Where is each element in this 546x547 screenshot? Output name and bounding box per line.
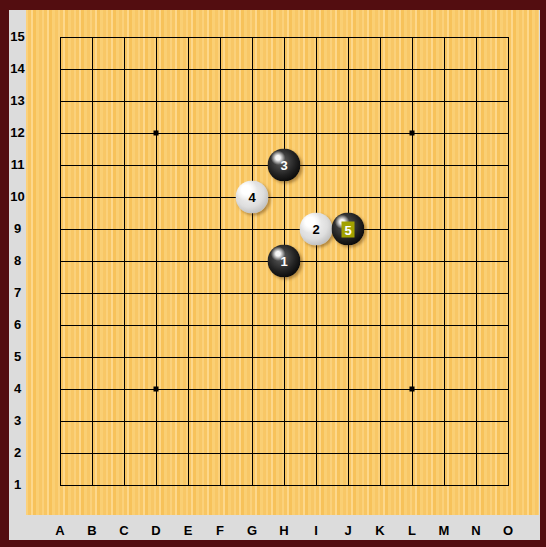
column-label-H: H (274, 523, 294, 539)
star-point-d4 (154, 387, 159, 392)
column-label-C: C (114, 523, 134, 539)
move-number: 1 (280, 255, 287, 268)
column-label-L: L (402, 523, 422, 539)
move-number: 4 (248, 191, 255, 204)
star-point-d12 (154, 131, 159, 136)
column-label-K: K (370, 523, 390, 539)
column-label-B: B (82, 523, 102, 539)
row-label-2: 2 (9, 445, 26, 461)
row-label-4: 4 (9, 381, 26, 397)
board-frame: 12345 151413121110987654321ABCDEFGHIJKLM… (0, 0, 546, 547)
column-label-D: D (146, 523, 166, 539)
move-number-highlighted: 5 (341, 221, 354, 237)
stone-white-i9[interactable]: 2 (300, 213, 333, 246)
row-label-15: 15 (9, 29, 26, 45)
stone-black-h8[interactable]: 1 (268, 245, 301, 278)
column-label-J: J (338, 523, 358, 539)
stone-white-g10[interactable]: 4 (236, 181, 269, 214)
move-number: 3 (280, 159, 287, 172)
stone-black-j9[interactable]: 5 (332, 213, 365, 246)
goban[interactable]: 12345 (26, 10, 539, 515)
column-label-F: F (210, 523, 230, 539)
column-label-G: G (242, 523, 262, 539)
row-label-6: 6 (9, 317, 26, 333)
row-label-1: 1 (9, 477, 26, 493)
star-point-l12 (410, 131, 415, 136)
row-label-10: 10 (9, 189, 26, 205)
column-label-E: E (178, 523, 198, 539)
row-label-13: 13 (9, 93, 26, 109)
row-label-5: 5 (9, 349, 26, 365)
board-area: 12345 151413121110987654321ABCDEFGHIJKLM… (9, 10, 540, 540)
row-label-12: 12 (9, 125, 26, 141)
stone-black-h11[interactable]: 3 (268, 149, 301, 182)
star-point-l4 (410, 387, 415, 392)
row-label-3: 3 (9, 413, 26, 429)
column-label-I: I (306, 523, 326, 539)
row-label-7: 7 (9, 285, 26, 301)
row-label-11: 11 (9, 157, 26, 173)
column-label-M: M (434, 523, 454, 539)
column-label-O: O (498, 523, 518, 539)
column-label-N: N (466, 523, 486, 539)
column-label-A: A (50, 523, 70, 539)
row-label-8: 8 (9, 253, 26, 269)
row-label-9: 9 (9, 221, 26, 237)
move-number: 2 (312, 223, 319, 236)
row-label-14: 14 (9, 61, 26, 77)
